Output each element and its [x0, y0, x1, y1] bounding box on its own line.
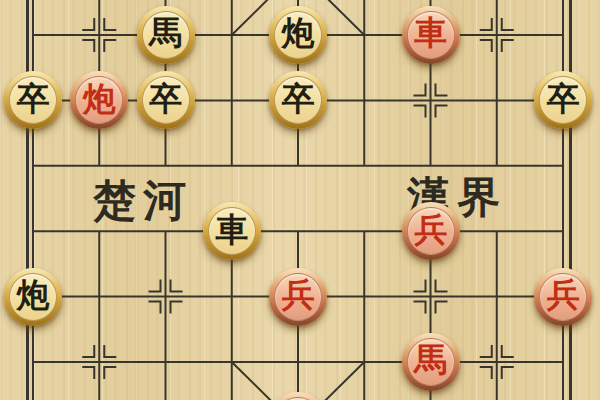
board-grid: 馬炮車卒炮卒卒卒車兵炮兵兵馬	[0, 0, 596, 400]
piece-black-chariot[interactable]: 車	[203, 202, 261, 260]
piece-black-soldier-4[interactable]: 卒	[534, 71, 592, 129]
piece-character: 馬	[414, 344, 447, 377]
piece-character: 卒	[149, 83, 182, 116]
piece-face: 卒	[142, 76, 190, 124]
piece-face: 炮	[75, 76, 123, 124]
piece-face: 馬	[142, 11, 190, 59]
piece-face: 兵	[407, 207, 455, 255]
piece-character: 車	[414, 17, 447, 50]
piece-face: 車	[208, 207, 256, 255]
piece-red-cannon[interactable]: 炮	[70, 71, 128, 129]
piece-black-soldier-1[interactable]: 卒	[4, 71, 62, 129]
piece-face: 炮	[9, 273, 57, 321]
piece-face: 兵	[539, 273, 587, 321]
piece-character: 卒	[547, 83, 580, 116]
piece-face: 兵	[274, 273, 322, 321]
piece-character: 炮	[282, 17, 315, 50]
piece-black-horse[interactable]: 馬	[137, 6, 195, 64]
piece-character: 炮	[17, 279, 50, 312]
piece-black-soldier-3[interactable]: 卒	[269, 71, 327, 129]
piece-black-soldier-2[interactable]: 卒	[137, 71, 195, 129]
piece-character: 兵	[282, 279, 315, 312]
piece-red-soldier-2[interactable]: 兵	[269, 268, 327, 326]
piece-red-chariot[interactable]: 車	[402, 6, 460, 64]
piece-black-cannon-2[interactable]: 炮	[4, 268, 62, 326]
piece-face: 卒	[274, 76, 322, 124]
piece-character: 車	[215, 214, 248, 247]
piece-character: 兵	[414, 214, 447, 247]
piece-red-soldier-3[interactable]: 兵	[534, 268, 592, 326]
piece-face: 卒	[9, 76, 57, 124]
piece-character: 炮	[83, 83, 116, 116]
piece-black-cannon-1[interactable]: 炮	[269, 6, 327, 64]
piece-face: 馬	[407, 338, 455, 386]
piece-face: 車	[407, 11, 455, 59]
xiangqi-board: 楚河 漢界 馬炮車卒炮卒卒卒車兵炮兵兵馬	[0, 0, 600, 400]
piece-red-piece-partial-cropped[interactable]	[269, 392, 327, 400]
piece-character: 卒	[282, 83, 315, 116]
piece-red-soldier-1[interactable]: 兵	[402, 202, 460, 260]
piece-character: 卒	[17, 83, 50, 116]
piece-character: 馬	[149, 17, 182, 50]
piece-face: 卒	[539, 76, 587, 124]
piece-face: 炮	[274, 11, 322, 59]
piece-character: 兵	[547, 279, 580, 312]
piece-red-horse[interactable]: 馬	[402, 333, 460, 391]
